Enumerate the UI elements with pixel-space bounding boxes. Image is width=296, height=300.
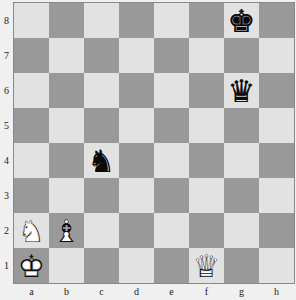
square-f8[interactable] bbox=[189, 3, 224, 38]
square-h2[interactable] bbox=[259, 213, 294, 248]
square-h1[interactable] bbox=[259, 248, 294, 283]
square-g4[interactable] bbox=[224, 143, 259, 178]
square-f2[interactable] bbox=[189, 213, 224, 248]
rank-label-1: 1 bbox=[0, 248, 13, 283]
square-a6[interactable] bbox=[14, 73, 49, 108]
square-h8[interactable] bbox=[259, 3, 294, 38]
square-a7[interactable] bbox=[14, 38, 49, 73]
square-a5[interactable] bbox=[14, 108, 49, 143]
square-d3[interactable] bbox=[119, 178, 154, 213]
square-h7[interactable] bbox=[259, 38, 294, 73]
piece-outline: ♔ bbox=[14, 248, 49, 283]
piece-outline: ♘ bbox=[14, 213, 49, 248]
square-g6[interactable]: ♛♕ bbox=[224, 73, 259, 108]
piece-outline: ♕ bbox=[224, 73, 259, 108]
square-e8[interactable] bbox=[154, 3, 189, 38]
file-label-e: e bbox=[154, 285, 189, 299]
square-c1[interactable] bbox=[84, 248, 119, 283]
square-g5[interactable] bbox=[224, 108, 259, 143]
rank-label-6: 6 bbox=[0, 73, 13, 108]
square-e3[interactable] bbox=[154, 178, 189, 213]
square-d1[interactable] bbox=[119, 248, 154, 283]
square-e1[interactable] bbox=[154, 248, 189, 283]
square-f3[interactable] bbox=[189, 178, 224, 213]
file-label-f: f bbox=[189, 285, 224, 299]
square-f4[interactable] bbox=[189, 143, 224, 178]
piece-white-knight[interactable]: ♞♘ bbox=[14, 213, 49, 248]
rank-label-4: 4 bbox=[0, 143, 13, 178]
file-label-c: c bbox=[84, 285, 119, 299]
piece-white-queen[interactable]: ♛♕ bbox=[189, 248, 224, 283]
square-b5[interactable] bbox=[49, 108, 84, 143]
square-b1[interactable] bbox=[49, 248, 84, 283]
square-b3[interactable] bbox=[49, 178, 84, 213]
square-f5[interactable] bbox=[189, 108, 224, 143]
file-label-h: h bbox=[259, 285, 294, 299]
square-b8[interactable] bbox=[49, 3, 84, 38]
square-c6[interactable] bbox=[84, 73, 119, 108]
square-c7[interactable] bbox=[84, 38, 119, 73]
square-d7[interactable] bbox=[119, 38, 154, 73]
square-g8[interactable]: ♚♔ bbox=[224, 3, 259, 38]
piece-black-queen[interactable]: ♛♕ bbox=[224, 73, 259, 108]
square-h6[interactable] bbox=[259, 73, 294, 108]
piece-white-bishop[interactable]: ♝♗ bbox=[49, 213, 84, 248]
rank-label-8: 8 bbox=[0, 3, 13, 38]
square-g2[interactable] bbox=[224, 213, 259, 248]
square-h5[interactable] bbox=[259, 108, 294, 143]
rank-labels: 87654321 bbox=[0, 3, 13, 283]
square-f7[interactable] bbox=[189, 38, 224, 73]
square-a2[interactable]: ♞♘ bbox=[14, 213, 49, 248]
square-e2[interactable] bbox=[154, 213, 189, 248]
rank-label-3: 3 bbox=[0, 178, 13, 213]
piece-outline: ♔ bbox=[224, 3, 259, 38]
square-e6[interactable] bbox=[154, 73, 189, 108]
square-a4[interactable] bbox=[14, 143, 49, 178]
piece-black-knight[interactable]: ♞♘ bbox=[84, 143, 119, 178]
square-e7[interactable] bbox=[154, 38, 189, 73]
square-f6[interactable] bbox=[189, 73, 224, 108]
square-d8[interactable] bbox=[119, 3, 154, 38]
square-e4[interactable] bbox=[154, 143, 189, 178]
square-g3[interactable] bbox=[224, 178, 259, 213]
square-b6[interactable] bbox=[49, 73, 84, 108]
rank-label-2: 2 bbox=[0, 213, 13, 248]
square-c2[interactable] bbox=[84, 213, 119, 248]
square-h4[interactable] bbox=[259, 143, 294, 178]
file-labels: abcdefgh bbox=[14, 285, 294, 299]
square-c5[interactable] bbox=[84, 108, 119, 143]
square-a8[interactable] bbox=[14, 3, 49, 38]
square-b7[interactable] bbox=[49, 38, 84, 73]
piece-outline: ♘ bbox=[84, 143, 119, 178]
square-d4[interactable] bbox=[119, 143, 154, 178]
square-a3[interactable] bbox=[14, 178, 49, 213]
rank-label-7: 7 bbox=[0, 38, 13, 73]
piece-outline: ♕ bbox=[189, 248, 224, 283]
file-label-d: d bbox=[119, 285, 154, 299]
square-d5[interactable] bbox=[119, 108, 154, 143]
file-label-b: b bbox=[49, 285, 84, 299]
piece-white-king[interactable]: ♚♔ bbox=[14, 248, 49, 283]
square-a1[interactable]: ♚♔ bbox=[14, 248, 49, 283]
square-g1[interactable] bbox=[224, 248, 259, 283]
square-c4[interactable]: ♞♘ bbox=[84, 143, 119, 178]
square-f1[interactable]: ♛♕ bbox=[189, 248, 224, 283]
square-d2[interactable] bbox=[119, 213, 154, 248]
file-label-g: g bbox=[224, 285, 259, 299]
square-c8[interactable] bbox=[84, 3, 119, 38]
square-h3[interactable] bbox=[259, 178, 294, 213]
file-label-a: a bbox=[14, 285, 49, 299]
rank-label-5: 5 bbox=[0, 108, 13, 143]
chess-diagram: 87654321 ♚♔♛♕♞♘♞♘♝♗♚♔♛♕ abcdefgh bbox=[0, 0, 296, 300]
square-g7[interactable] bbox=[224, 38, 259, 73]
square-c3[interactable] bbox=[84, 178, 119, 213]
square-d6[interactable] bbox=[119, 73, 154, 108]
chess-board: ♚♔♛♕♞♘♞♘♝♗♚♔♛♕ bbox=[13, 2, 295, 284]
square-b2[interactable]: ♝♗ bbox=[49, 213, 84, 248]
square-e5[interactable] bbox=[154, 108, 189, 143]
piece-black-king[interactable]: ♚♔ bbox=[224, 3, 259, 38]
piece-outline: ♗ bbox=[49, 213, 84, 248]
square-b4[interactable] bbox=[49, 143, 84, 178]
